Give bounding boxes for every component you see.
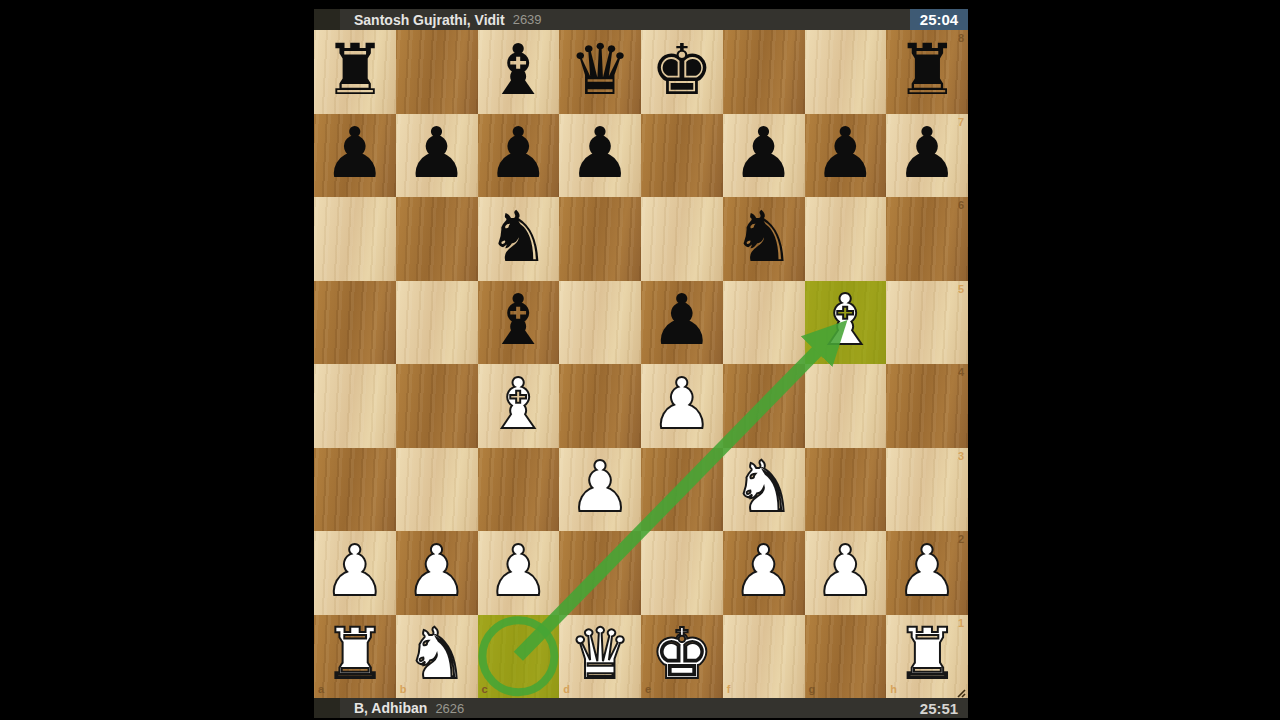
white-pawn-h2[interactable]: ♟ [896, 536, 959, 606]
square-d8[interactable]: ♛ [559, 30, 641, 114]
square-g1[interactable] [805, 615, 887, 699]
black-pawn-g7[interactable]: ♟ [814, 118, 877, 188]
white-knight-b1[interactable]: ♞ [405, 619, 468, 689]
white-pawn-g2[interactable]: ♟ [814, 536, 877, 606]
rank-label-6: 6 [958, 200, 964, 211]
square-e6[interactable] [641, 197, 723, 281]
white-pawn-e4[interactable]: ♟ [650, 369, 713, 439]
chess-board[interactable]: ♜♝♛♚♜♟♟♟♟♟♟♟♞♞♝♟♝♝♟♟♞♟♟♟♟♟♟♜♞♛♚♜87654321… [314, 30, 968, 698]
square-h3[interactable] [886, 448, 968, 532]
square-f4[interactable] [723, 364, 805, 448]
file-label-f: f [727, 684, 731, 695]
square-g6[interactable] [805, 197, 887, 281]
square-b2[interactable]: ♟ [396, 531, 478, 615]
square-b5[interactable] [396, 281, 478, 365]
square-g3[interactable] [805, 448, 887, 532]
square-d7[interactable]: ♟ [559, 114, 641, 198]
bottom-player-rating: 2626 [435, 701, 464, 716]
square-a1[interactable]: ♜ [314, 615, 396, 699]
square-h7[interactable]: ♟ [886, 114, 968, 198]
square-e1[interactable]: ♚ [641, 615, 723, 699]
white-rook-h1[interactable]: ♜ [896, 619, 959, 689]
black-pawn-c7[interactable]: ♟ [487, 118, 550, 188]
white-pawn-b2[interactable]: ♟ [405, 536, 468, 606]
square-f3[interactable]: ♞ [723, 448, 805, 532]
black-bishop-c5[interactable]: ♝ [487, 285, 550, 355]
rank-label-3: 3 [958, 451, 964, 462]
white-pawn-a2[interactable]: ♟ [323, 536, 386, 606]
square-e8[interactable]: ♚ [641, 30, 723, 114]
square-a5[interactable] [314, 281, 396, 365]
square-h5[interactable] [886, 281, 968, 365]
black-pawn-f7[interactable]: ♟ [732, 118, 795, 188]
rank-label-2: 2 [958, 534, 964, 545]
square-c8[interactable]: ♝ [478, 30, 560, 114]
rank-label-4: 4 [958, 367, 964, 378]
white-knight-f3[interactable]: ♞ [732, 452, 795, 522]
square-e4[interactable]: ♟ [641, 364, 723, 448]
square-c6[interactable]: ♞ [478, 197, 560, 281]
square-f5[interactable] [723, 281, 805, 365]
square-g5[interactable]: ♝ [805, 281, 887, 365]
video-frame: Santosh Gujrathi, Vidit 2639 25:04 ♜♝♛♚♜… [0, 0, 1280, 720]
square-c7[interactable]: ♟ [478, 114, 560, 198]
square-g4[interactable] [805, 364, 887, 448]
file-label-h: h [890, 684, 897, 695]
square-e7[interactable] [641, 114, 723, 198]
bottom-player-clock: 25:51 [910, 698, 968, 718]
square-h6[interactable] [886, 197, 968, 281]
black-pawn-h7[interactable]: ♟ [896, 118, 959, 188]
square-e2[interactable] [641, 531, 723, 615]
bottom-player-bar: B, Adhiban 2626 25:51 [314, 698, 968, 718]
square-d6[interactable] [559, 197, 641, 281]
rank-label-7: 7 [958, 117, 964, 128]
white-bishop-g5[interactable]: ♝ [814, 285, 877, 355]
square-b8[interactable] [396, 30, 478, 114]
square-g8[interactable] [805, 30, 887, 114]
white-pawn-c2[interactable]: ♟ [487, 536, 550, 606]
square-f1[interactable] [723, 615, 805, 699]
square-f8[interactable] [723, 30, 805, 114]
square-d1[interactable]: ♛ [559, 615, 641, 699]
square-a2[interactable]: ♟ [314, 531, 396, 615]
white-queen-d1[interactable]: ♛ [569, 619, 632, 689]
top-player-bar: Santosh Gujrathi, Vidit 2639 25:04 [314, 9, 968, 30]
square-f2[interactable]: ♟ [723, 531, 805, 615]
top-player-name: Santosh Gujrathi, Vidit [354, 12, 505, 28]
rank-label-8: 8 [958, 33, 964, 44]
black-knight-f6[interactable]: ♞ [732, 202, 795, 272]
square-c1[interactable] [478, 615, 560, 699]
top-player-clock: 25:04 [910, 9, 968, 30]
square-h8[interactable]: ♜ [886, 30, 968, 114]
square-d2[interactable] [559, 531, 641, 615]
black-rook-h8[interactable]: ♜ [896, 35, 959, 105]
white-bishop-c4[interactable]: ♝ [487, 369, 550, 439]
resize-handle-icon[interactable] [954, 684, 966, 696]
white-rook-a1[interactable]: ♜ [323, 619, 386, 689]
black-pawn-a7[interactable]: ♟ [323, 118, 386, 188]
square-b3[interactable] [396, 448, 478, 532]
square-g2[interactable]: ♟ [805, 531, 887, 615]
square-d5[interactable] [559, 281, 641, 365]
black-bishop-c8[interactable]: ♝ [487, 35, 550, 105]
top-player-rating: 2639 [513, 12, 542, 27]
square-f6[interactable]: ♞ [723, 197, 805, 281]
file-label-e: e [645, 684, 651, 695]
white-pawn-d3[interactable]: ♟ [569, 452, 632, 522]
square-c3[interactable] [478, 448, 560, 532]
square-h2[interactable]: ♟ [886, 531, 968, 615]
rank-label-5: 5 [958, 284, 964, 295]
square-a4[interactable] [314, 364, 396, 448]
rank-label-1: 1 [958, 618, 964, 629]
white-king-e1[interactable]: ♚ [650, 619, 713, 689]
square-d4[interactable] [559, 364, 641, 448]
square-c5[interactable]: ♝ [478, 281, 560, 365]
file-label-a: a [318, 684, 324, 695]
square-h4[interactable] [886, 364, 968, 448]
square-e3[interactable] [641, 448, 723, 532]
file-label-g: g [809, 684, 816, 695]
square-b6[interactable] [396, 197, 478, 281]
black-king-e8[interactable]: ♚ [650, 35, 713, 105]
square-a8[interactable]: ♜ [314, 30, 396, 114]
square-b4[interactable] [396, 364, 478, 448]
black-queen-d8[interactable]: ♛ [569, 35, 632, 105]
square-c4[interactable]: ♝ [478, 364, 560, 448]
bottom-player-name: B, Adhiban [354, 700, 427, 716]
square-a7[interactable]: ♟ [314, 114, 396, 198]
file-label-d: d [563, 684, 570, 695]
black-rook-a8[interactable]: ♜ [323, 35, 386, 105]
top-player-color-square [314, 9, 340, 30]
black-pawn-e5[interactable]: ♟ [650, 285, 713, 355]
square-e5[interactable]: ♟ [641, 281, 723, 365]
file-label-b: b [400, 684, 407, 695]
square-b1[interactable]: ♞ [396, 615, 478, 699]
square-a6[interactable] [314, 197, 396, 281]
square-c2[interactable]: ♟ [478, 531, 560, 615]
square-b7[interactable]: ♟ [396, 114, 478, 198]
white-pawn-f2[interactable]: ♟ [732, 536, 795, 606]
bottom-player-color-square [314, 698, 340, 718]
black-pawn-d7[interactable]: ♟ [569, 118, 632, 188]
file-label-c: c [482, 684, 488, 695]
square-a3[interactable] [314, 448, 396, 532]
square-f7[interactable]: ♟ [723, 114, 805, 198]
black-pawn-b7[interactable]: ♟ [405, 118, 468, 188]
black-knight-c6[interactable]: ♞ [487, 202, 550, 272]
square-g7[interactable]: ♟ [805, 114, 887, 198]
square-d3[interactable]: ♟ [559, 448, 641, 532]
